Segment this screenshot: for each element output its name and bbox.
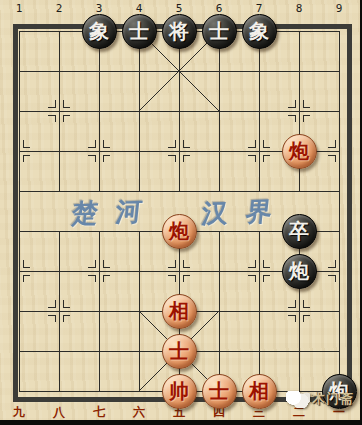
red-advisor[interactable]: 士 xyxy=(162,334,197,369)
screen-edge-bottom xyxy=(0,420,362,425)
board-intersections[interactable]: 象士将士象炮炮卒炮相士帅士相炮 xyxy=(0,11,359,411)
red-advisor[interactable]: 士 xyxy=(202,374,237,409)
red-cannon[interactable]: 炮 xyxy=(162,214,197,249)
watermark-cat-icon xyxy=(286,391,310,408)
red-elephant[interactable]: 相 xyxy=(242,374,277,409)
watermark: 木门斋 xyxy=(286,390,354,408)
black-advisor[interactable]: 士 xyxy=(202,14,237,49)
black-cannon[interactable]: 炮 xyxy=(282,254,317,289)
watermark-text: 木门斋 xyxy=(312,390,354,408)
red-general[interactable]: 帅 xyxy=(162,374,197,409)
xiangqi-board: 1 2 3 4 5 6 7 8 9 楚河 汉界 象士将士象炮炮卒炮相士帅士相炮 … xyxy=(0,0,362,425)
black-elephant[interactable]: 象 xyxy=(242,14,277,49)
black-soldier[interactable]: 卒 xyxy=(282,214,317,249)
red-cannon[interactable]: 炮 xyxy=(282,134,317,169)
red-elephant[interactable]: 相 xyxy=(162,294,197,329)
black-advisor[interactable]: 士 xyxy=(122,14,157,49)
black-general[interactable]: 将 xyxy=(162,14,197,49)
black-elephant[interactable]: 象 xyxy=(82,14,117,49)
